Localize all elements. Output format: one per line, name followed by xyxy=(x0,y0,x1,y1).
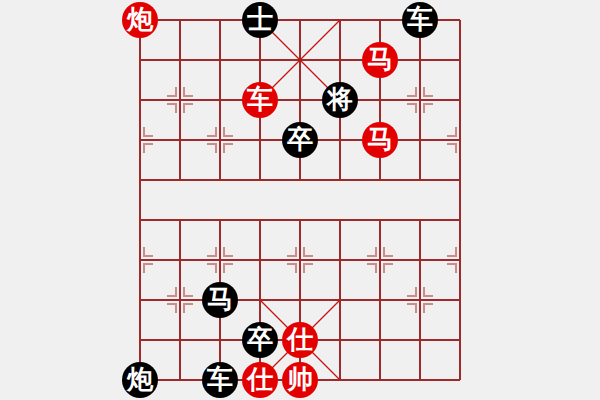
piece-glyph: 炮 xyxy=(127,6,153,32)
piece-glyph: 车 xyxy=(207,366,233,392)
piece-red-cannon[interactable]: 炮 xyxy=(122,2,158,38)
piece-red-advisor-a[interactable]: 仕 xyxy=(282,322,318,358)
xiangqi-screen: 炮士车马车将卒马马卒仕炮车仕帅 xyxy=(0,0,600,400)
piece-black-advisor[interactable]: 士 xyxy=(242,2,278,38)
piece-glyph: 马 xyxy=(367,46,393,72)
piece-glyph: 卒 xyxy=(247,326,273,352)
piece-glyph: 仕 xyxy=(287,326,313,352)
piece-glyph: 卒 xyxy=(287,126,313,152)
piece-red-horse-b[interactable]: 马 xyxy=(362,122,398,158)
piece-glyph: 车 xyxy=(247,86,273,112)
piece-glyph: 车 xyxy=(407,6,433,32)
piece-black-chariot-b[interactable]: 车 xyxy=(202,362,238,398)
piece-black-general[interactable]: 将 xyxy=(322,82,358,118)
piece-red-advisor-b[interactable]: 仕 xyxy=(242,362,278,398)
piece-black-pawn-a[interactable]: 卒 xyxy=(282,122,318,158)
piece-black-cannon[interactable]: 炮 xyxy=(122,362,158,398)
piece-glyph: 炮 xyxy=(127,366,153,392)
piece-glyph: 仕 xyxy=(247,366,273,392)
piece-glyph: 士 xyxy=(247,6,273,32)
piece-red-chariot[interactable]: 车 xyxy=(242,82,278,118)
piece-black-pawn-b[interactable]: 卒 xyxy=(242,322,278,358)
pieces-layer: 炮士车马车将卒马马卒仕炮车仕帅 xyxy=(120,0,480,400)
piece-glyph: 马 xyxy=(367,126,393,152)
piece-black-horse[interactable]: 马 xyxy=(202,282,238,318)
piece-black-chariot-a[interactable]: 车 xyxy=(402,2,438,38)
piece-red-general[interactable]: 帅 xyxy=(282,362,318,398)
piece-glyph: 马 xyxy=(207,286,233,312)
piece-glyph: 帅 xyxy=(287,366,313,392)
piece-glyph: 将 xyxy=(327,86,353,112)
piece-red-horse-a[interactable]: 马 xyxy=(362,42,398,78)
